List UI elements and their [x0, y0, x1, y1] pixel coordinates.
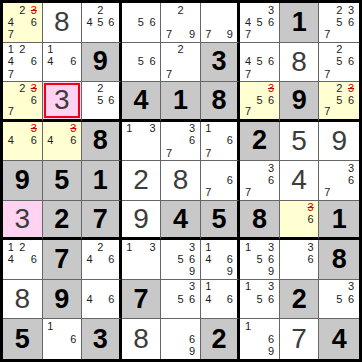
- empty-candidate-slot: [321, 56, 333, 68]
- empty-candidate-slot: [175, 56, 187, 68]
- candidate-digit: 6: [147, 56, 159, 68]
- candidate-digit: 5: [254, 293, 266, 305]
- empty-candidate-slot: [265, 106, 277, 118]
- empty-candidate-slot: [17, 254, 29, 266]
- empty-candidate-slot: [203, 305, 214, 317]
- cell-r3c1[interactable]: 2367: [3, 82, 43, 122]
- candidate-digit: 9: [186, 28, 198, 40]
- empty-candidate-slot: [242, 162, 254, 174]
- candidate-digit: 6: [186, 293, 198, 305]
- cell-r8c6[interactable]: 146: [201, 280, 241, 320]
- candidate-digit: 9: [224, 28, 235, 40]
- candidate-digit: 9: [265, 345, 277, 358]
- pencil-marks: 16: [43, 319, 82, 359]
- empty-candidate-slot: [84, 241, 95, 253]
- empty-candidate-slot: [175, 305, 187, 317]
- candidate-digit: 4: [242, 16, 254, 28]
- empty-candidate-slot: [254, 28, 266, 40]
- cell-r5c4[interactable]: 2: [122, 161, 162, 201]
- empty-candidate-slot: [28, 68, 40, 80]
- empty-candidate-slot: [106, 266, 117, 278]
- empty-candidate-slot: [163, 123, 175, 135]
- cell-r5c7[interactable]: 367: [240, 161, 280, 201]
- empty-candidate-slot: [214, 187, 225, 199]
- cell-r1c7[interactable]: 34567: [240, 3, 280, 43]
- candidate-digit: 6: [186, 254, 198, 266]
- cell-r4c2[interactable]: 346: [43, 122, 83, 162]
- empty-candidate-slot: [163, 293, 175, 305]
- cell-r7c9[interactable]: 8: [319, 240, 359, 280]
- candidate-digit: 1: [203, 123, 214, 135]
- cell-r9c1[interactable]: 5: [3, 319, 43, 359]
- cell-r7c8[interactable]: 36: [280, 240, 320, 280]
- candidate-digit: 1: [45, 320, 57, 333]
- empty-candidate-slot: [333, 281, 345, 293]
- empty-candidate-slot: [282, 254, 294, 266]
- cell-r4c5[interactable]: 367: [161, 122, 201, 162]
- candidate-digit: 7: [163, 68, 175, 80]
- given-digit: 9: [54, 286, 69, 313]
- cell-r6c6[interactable]: 5: [201, 201, 241, 241]
- empty-candidate-slot: [84, 305, 95, 317]
- cell-r5c9[interactable]: 367: [319, 161, 359, 201]
- empty-candidate-slot: [254, 4, 266, 16]
- candidate-digit: 6: [265, 333, 277, 346]
- eliminated-candidate: 3: [28, 4, 40, 16]
- empty-candidate-slot: [175, 68, 187, 80]
- empty-candidate-slot: [175, 135, 187, 147]
- cell-r2c2[interactable]: 146: [43, 43, 83, 83]
- cell-r6c7[interactable]: 8: [240, 201, 280, 241]
- pencil-marks: 346: [3, 122, 42, 161]
- cell-r6c5[interactable]: 4: [161, 201, 201, 241]
- pencil-marks: 2367: [3, 82, 42, 119]
- empty-candidate-slot: [28, 147, 40, 159]
- candidate-digit: 2: [175, 44, 187, 56]
- cell-r6c4[interactable]: 9: [122, 201, 162, 241]
- empty-candidate-slot: [84, 28, 95, 40]
- empty-candidate-slot: [214, 305, 225, 317]
- empty-candidate-slot: [293, 266, 305, 278]
- empty-candidate-slot: [17, 123, 29, 135]
- empty-candidate-slot: [163, 320, 175, 333]
- candidate-digit: 6: [345, 95, 357, 107]
- empty-candidate-slot: [321, 83, 333, 95]
- pencil-marks: 46: [82, 280, 119, 319]
- given-digit: 2: [54, 206, 69, 233]
- candidate-digit: 7: [203, 147, 214, 159]
- empty-candidate-slot: [135, 123, 147, 135]
- empty-candidate-slot: [84, 106, 95, 118]
- pencil-marks: 56: [122, 43, 161, 82]
- cell-r2c9[interactable]: 2567: [319, 43, 359, 83]
- cell-r6c2[interactable]: 2: [43, 201, 83, 241]
- empty-candidate-slot: [175, 123, 187, 135]
- cell-r8c5[interactable]: 356: [161, 280, 201, 320]
- candidate-digit: 4: [5, 254, 17, 266]
- empty-candidate-slot: [56, 147, 68, 159]
- candidate-digit: 3: [265, 4, 277, 16]
- candidate-digit: 6: [345, 174, 357, 186]
- solved-digit: 9: [331, 127, 347, 155]
- candidate-digit: 6: [265, 254, 277, 266]
- empty-candidate-slot: [124, 135, 136, 147]
- pencil-marks: 56: [122, 3, 161, 42]
- empty-candidate-slot: [163, 44, 175, 56]
- empty-candidate-slot: [147, 28, 159, 40]
- empty-candidate-slot: [214, 254, 225, 266]
- empty-candidate-slot: [282, 241, 294, 253]
- empty-candidate-slot: [186, 147, 198, 159]
- empty-candidate-slot: [45, 333, 57, 346]
- candidate-digit: 3: [345, 4, 357, 16]
- empty-candidate-slot: [163, 241, 175, 253]
- candidate-digit: 5: [254, 56, 266, 68]
- empty-candidate-slot: [242, 266, 254, 278]
- cell-r6c1[interactable]: 3: [3, 201, 43, 241]
- cell-r9c5[interactable]: 69: [161, 319, 201, 359]
- given-digit: 7: [93, 206, 108, 233]
- candidate-digit: 1: [242, 320, 254, 333]
- cell-r5c3[interactable]: 1: [82, 161, 122, 201]
- cell-r7c1[interactable]: 1246: [3, 240, 43, 280]
- empty-candidate-slot: [84, 4, 95, 16]
- pencil-marks: 167: [201, 122, 238, 161]
- empty-candidate-slot: [106, 4, 117, 16]
- cell-r1c3[interactable]: 2456: [82, 3, 122, 43]
- cell-r2c5[interactable]: 27: [161, 43, 201, 83]
- cell-r3c2[interactable]: 3: [43, 82, 83, 122]
- empty-candidate-slot: [345, 68, 357, 80]
- cell-r7c5[interactable]: 3569: [161, 240, 201, 280]
- empty-candidate-slot: [124, 68, 136, 80]
- given-digit: 1: [93, 167, 108, 194]
- cell-r7c3[interactable]: 246: [82, 240, 122, 280]
- empty-candidate-slot: [5, 123, 17, 135]
- empty-candidate-slot: [186, 320, 198, 333]
- candidate-digit: 1: [5, 44, 17, 56]
- given-digit: 7: [54, 246, 69, 273]
- cell-r7c4[interactable]: 13: [122, 240, 162, 280]
- cell-r2c6[interactable]: 3: [201, 43, 241, 83]
- empty-candidate-slot: [293, 213, 305, 225]
- empty-candidate-slot: [68, 320, 80, 333]
- candidate-digit: 4: [203, 293, 214, 305]
- pencil-marks: 13: [122, 122, 161, 161]
- empty-candidate-slot: [135, 4, 147, 16]
- pencil-marks: 2456: [82, 3, 119, 42]
- empty-candidate-slot: [5, 83, 17, 95]
- empty-candidate-slot: [321, 16, 333, 28]
- cell-r2c3[interactable]: 9: [82, 43, 122, 83]
- empty-candidate-slot: [305, 266, 317, 278]
- candidate-digit: 2: [17, 241, 29, 253]
- candidate-digit: 7: [242, 187, 254, 199]
- empty-candidate-slot: [17, 106, 29, 118]
- empty-candidate-slot: [175, 320, 187, 333]
- empty-candidate-slot: [135, 28, 147, 40]
- empty-candidate-slot: [254, 83, 266, 95]
- empty-candidate-slot: [28, 106, 40, 118]
- cell-r4c6[interactable]: 167: [201, 122, 241, 162]
- empty-candidate-slot: [242, 345, 254, 358]
- empty-candidate-slot: [186, 4, 198, 16]
- empty-candidate-slot: [203, 174, 214, 186]
- candidate-digit: 7: [321, 28, 333, 40]
- candidate-digit: 6: [106, 254, 117, 266]
- empty-candidate-slot: [45, 68, 57, 80]
- empty-candidate-slot: [345, 106, 357, 118]
- cell-r3c8[interactable]: 9: [280, 82, 320, 122]
- given-digit: 2: [212, 326, 227, 353]
- solved-digit: 3: [14, 205, 30, 233]
- candidate-digit: 5: [254, 95, 266, 107]
- cell-r1c8[interactable]: 1: [280, 3, 320, 43]
- empty-candidate-slot: [163, 266, 175, 278]
- candidate-digit: 7: [242, 28, 254, 40]
- candidate-digit: 6: [28, 95, 40, 107]
- given-digit: 8: [252, 206, 267, 233]
- cell-r1c1[interactable]: 23467: [3, 3, 43, 43]
- empty-candidate-slot: [45, 147, 57, 159]
- given-digit: 9: [292, 87, 307, 114]
- candidate-digit: 1: [5, 241, 17, 253]
- cell-r2c1[interactable]: 12467: [3, 43, 43, 83]
- cell-r8c1[interactable]: 8: [3, 280, 43, 320]
- candidate-digit: 6: [106, 95, 117, 107]
- cell-r9c3[interactable]: 3: [82, 319, 122, 359]
- empty-candidate-slot: [321, 305, 333, 317]
- pencil-marks: 3567: [240, 82, 279, 119]
- empty-candidate-slot: [333, 174, 345, 186]
- candidate-digit: 4: [242, 56, 254, 68]
- candidate-digit: 6: [224, 254, 235, 266]
- cell-r8c3[interactable]: 46: [82, 280, 122, 320]
- candidate-digit: 7: [163, 147, 175, 159]
- candidate-digit: 5: [333, 293, 345, 305]
- empty-candidate-slot: [45, 345, 57, 358]
- empty-candidate-slot: [56, 345, 68, 358]
- cell-r6c8[interactable]: 36: [280, 201, 320, 241]
- empty-candidate-slot: [17, 266, 29, 278]
- empty-candidate-slot: [242, 44, 254, 56]
- empty-candidate-slot: [214, 147, 225, 159]
- cell-r8c7[interactable]: 1356: [240, 280, 280, 320]
- cell-r2c7[interactable]: 4567: [240, 43, 280, 83]
- empty-candidate-slot: [254, 44, 266, 56]
- cell-r8c2[interactable]: 9: [43, 280, 83, 320]
- cell-r4c1[interactable]: 346: [3, 122, 43, 162]
- cell-r2c8[interactable]: 8: [280, 43, 320, 83]
- empty-candidate-slot: [56, 68, 68, 80]
- given-digit: 9: [15, 167, 30, 194]
- candidate-digit: 6: [224, 293, 235, 305]
- eliminated-candidate: 3: [28, 83, 40, 95]
- cell-r7c6[interactable]: 1469: [201, 240, 241, 280]
- cell-r5c8[interactable]: 4: [280, 161, 320, 201]
- empty-candidate-slot: [224, 4, 235, 16]
- pencil-marks: 36: [280, 201, 319, 238]
- empty-candidate-slot: [321, 162, 333, 174]
- empty-candidate-slot: [135, 68, 147, 80]
- candidate-digit: 7: [203, 187, 214, 199]
- empty-candidate-slot: [175, 345, 187, 358]
- candidate-digit: 6: [345, 293, 357, 305]
- candidate-digit: 9: [186, 266, 198, 278]
- cell-r6c3[interactable]: 7: [82, 201, 122, 241]
- empty-candidate-slot: [17, 28, 29, 40]
- candidate-digit: 4: [45, 135, 57, 147]
- cell-r4c8[interactable]: 5: [280, 122, 320, 162]
- pencil-marks: 36: [280, 240, 319, 279]
- cell-r1c5[interactable]: 279: [161, 3, 201, 43]
- solved-digit: 3: [54, 86, 70, 114]
- empty-candidate-slot: [345, 305, 357, 317]
- solved-digit: 8: [14, 285, 30, 313]
- empty-candidate-slot: [163, 333, 175, 346]
- empty-candidate-slot: [106, 241, 117, 253]
- empty-candidate-slot: [95, 305, 106, 317]
- empty-candidate-slot: [68, 345, 80, 358]
- empty-candidate-slot: [28, 266, 40, 278]
- candidate-digit: 5: [135, 56, 147, 68]
- empty-candidate-slot: [124, 147, 136, 159]
- empty-candidate-slot: [214, 135, 225, 147]
- cell-r7c7[interactable]: 13569: [240, 240, 280, 280]
- empty-candidate-slot: [163, 135, 175, 147]
- empty-candidate-slot: [95, 293, 106, 305]
- empty-candidate-slot: [163, 4, 175, 16]
- pencil-marks: 246: [82, 240, 119, 279]
- empty-candidate-slot: [17, 135, 29, 147]
- candidate-digit: 3: [186, 123, 198, 135]
- cell-r9c2[interactable]: 16: [43, 319, 83, 359]
- empty-candidate-slot: [45, 123, 57, 135]
- candidate-digit: 3: [345, 281, 357, 293]
- empty-candidate-slot: [28, 44, 40, 56]
- empty-candidate-slot: [282, 213, 294, 225]
- cell-r2c4[interactable]: 56: [122, 43, 162, 83]
- candidate-digit: 3: [265, 281, 277, 293]
- candidate-digit: 6: [147, 16, 159, 28]
- cell-r4c4[interactable]: 13: [122, 122, 162, 162]
- cell-r3c6[interactable]: 8: [201, 82, 241, 122]
- eliminated-candidate: 3: [345, 83, 357, 95]
- pencil-marks: 69: [161, 319, 200, 359]
- cell-r3c7[interactable]: 3567: [240, 82, 280, 122]
- given-digit: 5: [54, 167, 69, 194]
- candidate-digit: 6: [28, 135, 40, 147]
- cell-r9c4[interactable]: 8: [122, 319, 162, 359]
- candidate-digit: 7: [321, 68, 333, 80]
- empty-candidate-slot: [147, 254, 159, 266]
- pencil-marks: 34567: [240, 3, 279, 42]
- cell-r1c6[interactable]: 79: [201, 3, 241, 43]
- cell-r5c5[interactable]: 8: [161, 161, 201, 201]
- empty-candidate-slot: [282, 202, 294, 214]
- solved-digit: 8: [173, 166, 189, 194]
- candidate-digit: 2: [95, 241, 106, 253]
- empty-candidate-slot: [106, 305, 117, 317]
- cell-r3c9[interactable]: 23567: [319, 82, 359, 122]
- empty-candidate-slot: [95, 28, 106, 40]
- eliminated-candidate: 3: [265, 83, 277, 95]
- given-digit: 5: [15, 326, 30, 353]
- empty-candidate-slot: [254, 320, 266, 333]
- pencil-marks: 367: [319, 161, 359, 200]
- cell-r8c4[interactable]: 7: [122, 280, 162, 320]
- given-digit: 5: [212, 206, 227, 233]
- candidate-digit: 6: [265, 95, 277, 107]
- cell-r9c7[interactable]: 169: [240, 319, 280, 359]
- pencil-marks: 256: [82, 82, 119, 119]
- cell-r5c2[interactable]: 5: [43, 161, 83, 201]
- candidate-digit: 7: [321, 106, 333, 118]
- empty-candidate-slot: [175, 266, 187, 278]
- empty-candidate-slot: [214, 266, 225, 278]
- cell-r3c5[interactable]: 1: [161, 82, 201, 122]
- pencil-marks: 1246: [3, 240, 42, 279]
- cell-r5c1[interactable]: 9: [3, 161, 43, 201]
- candidate-digit: 1: [203, 281, 214, 293]
- cell-r7c2[interactable]: 7: [43, 240, 83, 280]
- empty-candidate-slot: [135, 147, 147, 159]
- cell-r4c3[interactable]: 8: [82, 122, 122, 162]
- cell-r8c9[interactable]: 356: [319, 280, 359, 320]
- empty-candidate-slot: [175, 241, 187, 253]
- candidate-digit: 6: [305, 213, 317, 225]
- cell-r3c4[interactable]: 4: [122, 82, 162, 122]
- empty-candidate-slot: [214, 123, 225, 135]
- solved-digit: 2: [133, 166, 149, 194]
- candidate-digit: 2: [333, 44, 345, 56]
- empty-candidate-slot: [333, 187, 345, 199]
- candidate-digit: 9: [224, 266, 235, 278]
- cell-r1c2[interactable]: 8: [43, 3, 83, 43]
- empty-candidate-slot: [163, 345, 175, 358]
- solved-digit: 8: [291, 48, 307, 76]
- empty-candidate-slot: [163, 56, 175, 68]
- cell-r4c7[interactable]: 2: [240, 122, 280, 162]
- cell-r1c9[interactable]: 23567: [319, 3, 359, 43]
- cell-r8c8[interactable]: 2: [280, 280, 320, 320]
- cell-r9c8[interactable]: 7: [280, 319, 320, 359]
- candidate-digit: 2: [17, 83, 29, 95]
- cell-r5c6[interactable]: 67: [201, 161, 241, 201]
- cell-r3c3[interactable]: 256: [82, 82, 122, 122]
- candidate-digit: 5: [95, 16, 106, 28]
- given-digit: 8: [93, 127, 108, 154]
- cell-r9c9[interactable]: 4: [319, 319, 359, 359]
- empty-candidate-slot: [135, 241, 147, 253]
- empty-candidate-slot: [214, 174, 225, 186]
- given-digit: 1: [292, 9, 307, 36]
- empty-candidate-slot: [17, 68, 29, 80]
- pencil-marks: 346: [43, 122, 82, 161]
- empty-candidate-slot: [147, 44, 159, 56]
- cell-r1c4[interactable]: 56: [122, 3, 162, 43]
- cell-r9c6[interactable]: 2: [201, 319, 241, 359]
- empty-candidate-slot: [147, 147, 159, 159]
- cell-r6c9[interactable]: 1: [319, 201, 359, 241]
- empty-candidate-slot: [68, 147, 80, 159]
- given-digit: 4: [133, 87, 148, 114]
- cell-r4c9[interactable]: 9: [319, 122, 359, 162]
- empty-candidate-slot: [5, 4, 17, 16]
- empty-candidate-slot: [124, 254, 136, 266]
- empty-candidate-slot: [203, 4, 214, 16]
- candidate-digit: 7: [203, 28, 214, 40]
